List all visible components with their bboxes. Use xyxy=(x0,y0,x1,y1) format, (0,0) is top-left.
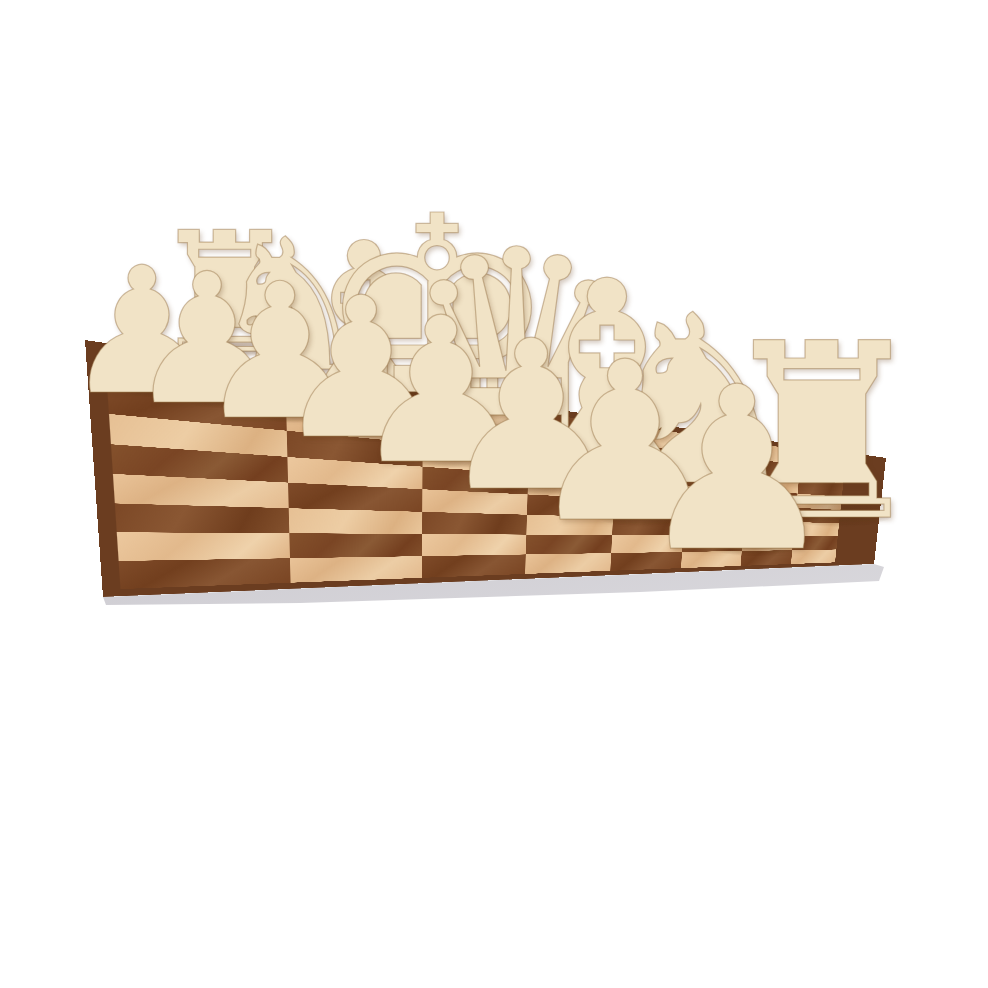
piece-white-pawn-a2: ♟ xyxy=(636,357,838,583)
chess-product-photo: ♜♞♝♟♟♚♟♛♟♝♟♞♟♜♟♟ xyxy=(0,0,988,988)
pieces-layer: ♜♞♝♟♟♚♟♛♟♝♟♞♟♜♟♟ xyxy=(0,0,988,988)
